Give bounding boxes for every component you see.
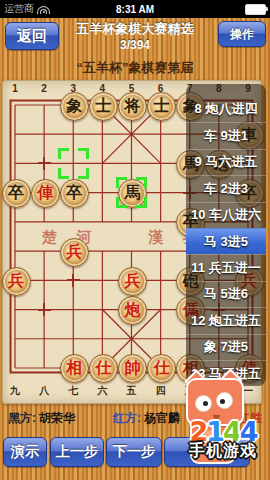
file-label-bottom: 五 [122, 384, 142, 398]
file-label-top: 2 [34, 83, 54, 94]
brand-subtitle: 手机游戏 [178, 443, 268, 459]
piece-red-兵[interactable]: 兵 [60, 238, 89, 267]
piece-red-炮[interactable]: 炮 [118, 296, 147, 325]
event-subtitle: “五羊杯”象棋赛第届 [0, 59, 270, 77]
move-list-item[interactable]: 11 兵五进一 [186, 254, 266, 280]
nav-title: 五羊杯象棋大赛精选 3/394 [60, 20, 210, 52]
move-list-item[interactable]: 8 炮八进四 [186, 96, 266, 122]
action-button[interactable]: 操作 [218, 21, 266, 47]
file-label-bottom: 四 [151, 384, 171, 398]
point-marker [67, 274, 80, 287]
clock: 8:31 AM [0, 4, 270, 15]
piece-black-将[interactable]: 将 [118, 92, 147, 121]
file-label-top: 1 [5, 83, 25, 94]
move-list-item[interactable]: 10 车八进六 [186, 202, 266, 228]
piece-red-兵[interactable]: 兵 [2, 267, 31, 296]
demo-button[interactable]: 演示 [3, 437, 47, 467]
page-title: 五羊杯象棋大赛精选 [60, 20, 210, 38]
red-player-name: 杨官麟 [144, 410, 180, 427]
move-list-panel[interactable]: 8 炮八进四车 9进19 马六进五车 2进310 车八进六马 3进511 兵五进… [186, 84, 266, 386]
move-list-item[interactable]: 9 马六进五 [186, 149, 266, 175]
file-label-bottom: 九 [5, 384, 25, 398]
move-list-item[interactable]: 车 9进1 [186, 122, 266, 148]
piece-red-兵[interactable]: 兵 [118, 267, 147, 296]
black-player-name: 胡荣华 [39, 410, 75, 427]
file-label-bottom: 八 [34, 384, 54, 398]
app-screen: 运营商 8:31 AM 返回 五羊杯象棋大赛精选 3/394 操作 “五羊杯”象… [0, 0, 270, 480]
watermark-logo: 2144 手机游戏 [178, 418, 268, 459]
piece-black-卒[interactable]: 卒 [60, 179, 89, 208]
brand-2144: 2144 [178, 418, 268, 445]
back-button[interactable]: 返回 [5, 22, 59, 50]
point-marker [38, 157, 51, 170]
next-button[interactable]: 下一步 [106, 437, 162, 467]
move-list-item[interactable]: 象 7进5 [186, 334, 266, 360]
black-player-label: 黑方: [8, 410, 36, 427]
piece-black-士[interactable]: 士 [89, 92, 118, 121]
move-list-item-current[interactable]: 马 3进5 [186, 228, 266, 254]
game-counter: 3/394 [60, 38, 210, 52]
move-list-item[interactable]: 马 5进6 [186, 281, 266, 307]
status-bar: 运营商 8:31 AM [0, 0, 270, 18]
prev-button[interactable]: 上一步 [50, 437, 104, 467]
red-player-label: 红方: [113, 410, 141, 427]
point-marker [38, 303, 51, 316]
move-list-item[interactable]: 12 炮五进五 [186, 307, 266, 333]
file-label-bottom: 七 [63, 384, 83, 398]
move-list-item[interactable]: 车 2进3 [186, 175, 266, 201]
piece-black-卒[interactable]: 卒 [2, 179, 31, 208]
file-label-bottom: 六 [92, 384, 112, 398]
piece-black-象[interactable]: 象 [60, 92, 89, 121]
piece-red-俥[interactable]: 俥 [31, 179, 60, 208]
battery-icon [245, 4, 266, 15]
piece-black-士[interactable]: 士 [147, 92, 176, 121]
piece-black-馬[interactable]: 馬 [118, 179, 147, 208]
